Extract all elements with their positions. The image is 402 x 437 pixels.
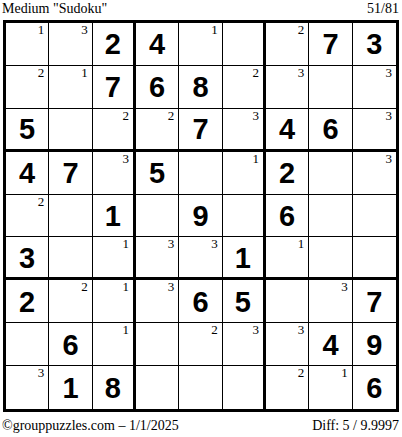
pencil-mark: 3 xyxy=(252,323,259,337)
cell-r4c4[interactable]: 5 xyxy=(136,152,179,195)
pencil-mark: 2 xyxy=(252,66,259,80)
pencil-mark: 3 xyxy=(385,109,392,123)
cell-r7c5[interactable]: 6 xyxy=(179,280,222,323)
sudoku-page: Medium "Sudoku" 51/81 132412732176823352… xyxy=(0,0,402,437)
cell-digit: 5 xyxy=(19,115,35,144)
cell-r7c9[interactable]: 7 xyxy=(353,280,396,323)
cell-r9c4[interactable] xyxy=(136,366,179,409)
cell-r5c3[interactable]: 1 xyxy=(93,195,136,238)
cell-digit: 6 xyxy=(279,202,295,231)
pencil-mark: 1 xyxy=(38,23,45,37)
cell-digit: 2 xyxy=(279,159,295,188)
cell-r9c9[interactable]: 6 xyxy=(353,366,396,409)
cell-r2c9[interactable]: 3 xyxy=(353,66,396,109)
pencil-mark: 3 xyxy=(385,152,392,166)
cell-r4c7[interactable]: 2 xyxy=(266,152,309,195)
pencil-mark: 1 xyxy=(122,237,129,251)
cell-digit: 7 xyxy=(105,73,121,102)
page-title: Medium "Sudoku" xyxy=(2,1,107,17)
cell-r5c2[interactable] xyxy=(49,195,92,238)
cell-r2c2[interactable]: 1 xyxy=(49,66,92,109)
cell-r2c5[interactable]: 8 xyxy=(179,66,222,109)
cell-r4c2[interactable]: 7 xyxy=(49,152,92,195)
pencil-mark: 2 xyxy=(298,23,305,37)
pencil-mark: 2 xyxy=(38,195,45,209)
cell-r8c9[interactable]: 9 xyxy=(353,323,396,366)
cell-r6c5[interactable]: 3 xyxy=(179,237,222,280)
cell-r2c3[interactable]: 7 xyxy=(93,66,136,109)
cell-r3c5[interactable]: 7 xyxy=(179,109,222,152)
cell-r6c7[interactable]: 1 xyxy=(266,237,309,280)
cell-r7c8[interactable]: 3 xyxy=(309,280,352,323)
cell-r8c3[interactable]: 1 xyxy=(93,323,136,366)
pencil-mark: 1 xyxy=(211,23,218,37)
cell-r4c1[interactable]: 4 xyxy=(6,152,49,195)
footer: ©grouppuzzles.com – 1/1/2025 Diff: 5 / 9… xyxy=(2,418,399,434)
copyright-text: ©grouppuzzles.com – 1/1/2025 xyxy=(2,418,179,434)
cell-r5c1[interactable]: 2 xyxy=(6,195,49,238)
cell-r5c8[interactable] xyxy=(309,195,352,238)
cell-r8c7[interactable]: 3 xyxy=(266,323,309,366)
pencil-mark: 3 xyxy=(385,66,392,80)
cell-r4c8[interactable] xyxy=(309,152,352,195)
cell-r3c1[interactable]: 5 xyxy=(6,109,49,152)
cell-digit: 4 xyxy=(19,159,35,188)
cell-r9c8[interactable]: 1 xyxy=(309,366,352,409)
cell-r7c4[interactable]: 3 xyxy=(136,280,179,323)
cell-digit: 3 xyxy=(366,30,382,59)
cell-digit: 4 xyxy=(322,331,338,360)
sudoku-board: 1324127321768233522734634735123219631331… xyxy=(3,20,399,412)
cell-r3c8[interactable]: 6 xyxy=(309,109,352,152)
pencil-mark: 3 xyxy=(38,366,45,380)
cell-digit: 4 xyxy=(149,30,165,59)
difficulty-text: Diff: 5 / 9.9997 xyxy=(312,418,399,434)
cell-digit: 2 xyxy=(105,30,121,59)
cell-r9c1[interactable]: 3 xyxy=(6,366,49,409)
pencil-mark: 2 xyxy=(38,66,45,80)
cell-digit: 8 xyxy=(105,374,121,403)
cell-r1c9[interactable]: 3 xyxy=(353,23,396,66)
cell-r8c1[interactable] xyxy=(6,323,49,366)
cell-r2c4[interactable]: 6 xyxy=(136,66,179,109)
pencil-mark: 3 xyxy=(298,66,305,80)
cell-r9c7[interactable]: 2 xyxy=(266,366,309,409)
cell-digit: 1 xyxy=(62,374,78,403)
cell-digit: 7 xyxy=(62,159,78,188)
cell-r1c4[interactable]: 4 xyxy=(136,23,179,66)
pencil-mark: 1 xyxy=(122,323,129,337)
cell-r1c1[interactable]: 1 xyxy=(6,23,49,66)
cell-digit: 7 xyxy=(366,288,382,317)
cell-r4c5[interactable] xyxy=(179,152,222,195)
cell-digit: 2 xyxy=(19,288,35,317)
pencil-mark: 1 xyxy=(341,366,348,380)
cell-digit: 7 xyxy=(322,30,338,59)
cell-digit: 1 xyxy=(105,202,121,231)
cell-r8c2[interactable]: 6 xyxy=(49,323,92,366)
cell-r6c2[interactable] xyxy=(49,237,92,280)
cell-r3c4[interactable]: 2 xyxy=(136,109,179,152)
cell-r3c3[interactable]: 2 xyxy=(93,109,136,152)
pencil-mark: 2 xyxy=(168,109,175,123)
cell-digit: 6 xyxy=(62,331,78,360)
cell-r6c6[interactable]: 1 xyxy=(223,237,266,280)
cell-r6c1[interactable]: 3 xyxy=(6,237,49,280)
cell-r1c2[interactable]: 3 xyxy=(49,23,92,66)
cell-r7c6[interactable]: 5 xyxy=(223,280,266,323)
cell-r1c5[interactable]: 1 xyxy=(179,23,222,66)
cell-r2c7[interactable]: 3 xyxy=(266,66,309,109)
cell-digit: 9 xyxy=(366,331,382,360)
cell-r8c8[interactable]: 4 xyxy=(309,323,352,366)
cell-digit: 5 xyxy=(235,288,251,317)
cell-r7c7[interactable] xyxy=(266,280,309,323)
pencil-mark: 2 xyxy=(298,366,305,380)
pencil-mark: 1 xyxy=(298,237,305,251)
cell-r3c2[interactable] xyxy=(49,109,92,152)
cell-r9c6[interactable] xyxy=(223,366,266,409)
cell-r1c8[interactable]: 7 xyxy=(309,23,352,66)
cell-r9c2[interactable]: 1 xyxy=(49,366,92,409)
cell-r8c4[interactable] xyxy=(136,323,179,366)
cell-r5c5[interactable]: 9 xyxy=(179,195,222,238)
cell-digit: 4 xyxy=(279,115,295,144)
cell-r5c7[interactable]: 6 xyxy=(266,195,309,238)
cell-r9c3[interactable]: 8 xyxy=(93,366,136,409)
cell-r6c8[interactable] xyxy=(309,237,352,280)
pencil-mark: 3 xyxy=(81,23,88,37)
cell-digit: 8 xyxy=(192,73,208,102)
cell-r4c6[interactable]: 1 xyxy=(223,152,266,195)
cell-digit: 1 xyxy=(235,244,251,273)
cell-r6c3[interactable]: 1 xyxy=(93,237,136,280)
cell-r3c6[interactable]: 3 xyxy=(223,109,266,152)
cell-r4c3[interactable]: 3 xyxy=(93,152,136,195)
cell-digit: 6 xyxy=(322,115,338,144)
cell-r9c5[interactable] xyxy=(179,366,222,409)
pencil-mark: 2 xyxy=(122,109,129,123)
cell-r5c9[interactable] xyxy=(353,195,396,238)
pencil-mark: 1 xyxy=(122,280,129,294)
cell-r2c1[interactable]: 2 xyxy=(6,66,49,109)
pencil-mark: 1 xyxy=(252,152,259,166)
cell-r8c5[interactable]: 2 xyxy=(179,323,222,366)
header: Medium "Sudoku" 51/81 xyxy=(2,1,399,17)
cell-digit: 6 xyxy=(366,374,382,403)
cell-r8c6[interactable]: 3 xyxy=(223,323,266,366)
cell-r7c1[interactable]: 2 xyxy=(6,280,49,323)
cell-digit: 6 xyxy=(149,73,165,102)
cell-digit: 3 xyxy=(19,244,35,273)
pencil-mark: 3 xyxy=(298,323,305,337)
pencil-mark: 1 xyxy=(81,66,88,80)
pencil-mark: 2 xyxy=(211,323,218,337)
cell-r6c4[interactable]: 3 xyxy=(136,237,179,280)
pencil-mark: 3 xyxy=(168,280,175,294)
cell-r1c6[interactable] xyxy=(223,23,266,66)
cell-r6c9[interactable] xyxy=(353,237,396,280)
cell-r3c7[interactable]: 4 xyxy=(266,109,309,152)
cell-digit: 7 xyxy=(192,115,208,144)
cell-r4c9[interactable]: 3 xyxy=(353,152,396,195)
pencil-mark: 3 xyxy=(252,109,259,123)
cell-r2c8[interactable] xyxy=(309,66,352,109)
cell-r5c4[interactable] xyxy=(136,195,179,238)
cell-r2c6[interactable]: 2 xyxy=(223,66,266,109)
cell-r7c3[interactable]: 1 xyxy=(93,280,136,323)
cell-r7c2[interactable]: 2 xyxy=(49,280,92,323)
pencil-mark: 3 xyxy=(341,280,348,294)
remaining-counter: 51/81 xyxy=(367,1,399,17)
cell-r5c6[interactable] xyxy=(223,195,266,238)
cell-r1c3[interactable]: 2 xyxy=(93,23,136,66)
cell-r3c9[interactable]: 3 xyxy=(353,109,396,152)
cell-digit: 9 xyxy=(192,202,208,231)
pencil-mark: 2 xyxy=(81,280,88,294)
cell-r1c7[interactable]: 2 xyxy=(266,23,309,66)
pencil-mark: 3 xyxy=(168,237,175,251)
cell-digit: 5 xyxy=(149,159,165,188)
pencil-mark: 3 xyxy=(211,237,218,251)
pencil-mark: 3 xyxy=(122,152,129,166)
cell-digit: 6 xyxy=(192,288,208,317)
